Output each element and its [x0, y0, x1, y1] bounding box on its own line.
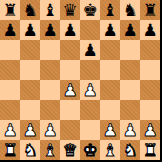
square-h7[interactable]: ♟: [140, 20, 160, 40]
square-a6[interactable]: [0, 40, 20, 60]
square-e1[interactable]: ♚: [80, 140, 100, 160]
white-bishop[interactable]: ♝: [42, 140, 57, 160]
square-f1[interactable]: ♝: [100, 140, 120, 160]
square-h1[interactable]: ♜: [140, 140, 160, 160]
square-h2[interactable]: ♟: [140, 120, 160, 140]
square-f8[interactable]: ♝: [100, 0, 120, 20]
white-pawn[interactable]: ♟: [142, 120, 157, 140]
square-d1[interactable]: ♛: [60, 140, 80, 160]
square-c8[interactable]: ♝: [40, 0, 60, 20]
square-d4[interactable]: ♟: [60, 80, 80, 100]
square-c3[interactable]: [40, 100, 60, 120]
white-pawn[interactable]: ♟: [122, 120, 137, 140]
square-d3[interactable]: [60, 100, 80, 120]
square-e5[interactable]: [80, 60, 100, 80]
square-f3[interactable]: [100, 100, 120, 120]
black-pawn[interactable]: ♟: [42, 20, 57, 40]
black-rook[interactable]: ♜: [142, 0, 157, 20]
square-h6[interactable]: [140, 40, 160, 60]
square-h4[interactable]: [140, 80, 160, 100]
square-g2[interactable]: ♟: [120, 120, 140, 140]
white-pawn[interactable]: ♟: [42, 120, 57, 140]
square-d7[interactable]: ♟: [60, 20, 80, 40]
square-d8[interactable]: ♛: [60, 0, 80, 20]
black-bishop[interactable]: ♝: [42, 0, 57, 20]
square-e7[interactable]: [80, 20, 100, 40]
square-a8[interactable]: ♜: [0, 0, 20, 20]
square-b6[interactable]: [20, 40, 40, 60]
white-pawn[interactable]: ♟: [22, 120, 37, 140]
square-g7[interactable]: ♟: [120, 20, 140, 40]
square-a5[interactable]: [0, 60, 20, 80]
square-b1[interactable]: ♞: [20, 140, 40, 160]
square-a1[interactable]: ♜: [0, 140, 20, 160]
square-f2[interactable]: ♟: [100, 120, 120, 140]
square-b8[interactable]: ♞: [20, 0, 40, 20]
chess-app-window: ♜♞♝♛♚♝♞♜♟♟♟♟♟♟♟♟♟♟♟♟♟♟♟♟♜♞♝♛♚♝♞♜: [0, 0, 162, 162]
square-f7[interactable]: ♟: [100, 20, 120, 40]
square-b3[interactable]: [20, 100, 40, 120]
square-c4[interactable]: [40, 80, 60, 100]
square-g1[interactable]: ♞: [120, 140, 140, 160]
black-king[interactable]: ♚: [82, 0, 97, 20]
chess-board: ♜♞♝♛♚♝♞♜♟♟♟♟♟♟♟♟♟♟♟♟♟♟♟♟♜♞♝♛♚♝♞♜: [0, 0, 162, 162]
square-h3[interactable]: [140, 100, 160, 120]
white-rook[interactable]: ♜: [2, 140, 17, 160]
black-pawn[interactable]: ♟: [82, 40, 97, 60]
white-pawn[interactable]: ♟: [2, 120, 17, 140]
square-e3[interactable]: [80, 100, 100, 120]
black-pawn[interactable]: ♟: [102, 20, 117, 40]
square-g4[interactable]: [120, 80, 140, 100]
square-f4[interactable]: [100, 80, 120, 100]
black-pawn[interactable]: ♟: [142, 20, 157, 40]
black-pawn[interactable]: ♟: [62, 20, 77, 40]
square-c1[interactable]: ♝: [40, 140, 60, 160]
square-b5[interactable]: [20, 60, 40, 80]
square-b2[interactable]: ♟: [20, 120, 40, 140]
square-h5[interactable]: [140, 60, 160, 80]
square-g3[interactable]: [120, 100, 140, 120]
square-c7[interactable]: ♟: [40, 20, 60, 40]
white-queen[interactable]: ♛: [62, 140, 77, 160]
white-king[interactable]: ♚: [82, 140, 97, 160]
square-f5[interactable]: [100, 60, 120, 80]
square-e6[interactable]: ♟: [80, 40, 100, 60]
square-f6[interactable]: [100, 40, 120, 60]
black-knight[interactable]: ♞: [122, 0, 137, 20]
white-knight[interactable]: ♞: [122, 140, 137, 160]
square-g8[interactable]: ♞: [120, 0, 140, 20]
square-c2[interactable]: ♟: [40, 120, 60, 140]
black-queen[interactable]: ♛: [62, 0, 77, 20]
square-g5[interactable]: [120, 60, 140, 80]
square-a3[interactable]: [0, 100, 20, 120]
black-knight[interactable]: ♞: [22, 0, 37, 20]
square-d5[interactable]: [60, 60, 80, 80]
square-h8[interactable]: ♜: [140, 0, 160, 20]
square-e8[interactable]: ♚: [80, 0, 100, 20]
square-b7[interactable]: ♟: [20, 20, 40, 40]
square-d6[interactable]: [60, 40, 80, 60]
square-g6[interactable]: [120, 40, 140, 60]
square-b4[interactable]: [20, 80, 40, 100]
white-bishop[interactable]: ♝: [102, 140, 117, 160]
square-d2[interactable]: [60, 120, 80, 140]
white-knight[interactable]: ♞: [22, 140, 37, 160]
black-bishop[interactable]: ♝: [102, 0, 117, 20]
square-e2[interactable]: [80, 120, 100, 140]
square-a4[interactable]: [0, 80, 20, 100]
square-e4[interactable]: ♟: [80, 80, 100, 100]
white-rook[interactable]: ♜: [142, 140, 157, 160]
white-pawn[interactable]: ♟: [62, 80, 77, 100]
square-a2[interactable]: ♟: [0, 120, 20, 140]
black-pawn[interactable]: ♟: [22, 20, 37, 40]
square-c5[interactable]: [40, 60, 60, 80]
black-pawn[interactable]: ♟: [122, 20, 137, 40]
square-a7[interactable]: ♟: [0, 20, 20, 40]
square-c6[interactable]: [40, 40, 60, 60]
white-pawn[interactable]: ♟: [102, 120, 117, 140]
black-pawn[interactable]: ♟: [2, 20, 17, 40]
white-pawn[interactable]: ♟: [82, 80, 97, 100]
black-rook[interactable]: ♜: [2, 0, 17, 20]
